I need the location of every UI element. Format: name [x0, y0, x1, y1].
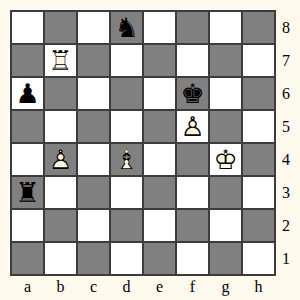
square-e2[interactable]	[144, 210, 175, 241]
file-label-c: c	[78, 276, 109, 298]
white-rook-icon: ♖	[45, 45, 76, 76]
square-a6[interactable]: ♟	[12, 78, 43, 109]
square-h5[interactable]	[243, 111, 274, 142]
chess-diagram: ♞♜♖♟♚♟♙♟♙♝♗♚♔♜ 87654321 abcdefgh	[0, 0, 300, 300]
square-c1[interactable]	[78, 243, 109, 274]
square-a4[interactable]	[12, 144, 43, 175]
square-e5[interactable]	[144, 111, 175, 142]
square-f3[interactable]	[177, 177, 208, 208]
square-b5[interactable]	[45, 111, 76, 142]
square-d2[interactable]	[111, 210, 142, 241]
square-a5[interactable]	[12, 111, 43, 142]
square-f6[interactable]: ♚	[177, 78, 208, 109]
square-e4[interactable]	[144, 144, 175, 175]
rank-label-1: 1	[276, 243, 296, 274]
square-e1[interactable]	[144, 243, 175, 274]
file-label-f: f	[177, 276, 208, 298]
rank-labels: 87654321	[276, 12, 296, 274]
rank-label-6: 6	[276, 78, 296, 109]
square-h4[interactable]	[243, 144, 274, 175]
square-c2[interactable]	[78, 210, 109, 241]
square-a8[interactable]	[12, 12, 43, 43]
rank-label-5: 5	[276, 111, 296, 142]
file-label-b: b	[45, 276, 76, 298]
square-c3[interactable]	[78, 177, 109, 208]
square-d8[interactable]: ♞	[111, 12, 142, 43]
square-g7[interactable]	[210, 45, 241, 76]
rank-label-3: 3	[276, 177, 296, 208]
file-label-g: g	[210, 276, 241, 298]
file-label-a: a	[12, 276, 43, 298]
square-f8[interactable]	[177, 12, 208, 43]
square-e7[interactable]	[144, 45, 175, 76]
square-b2[interactable]	[45, 210, 76, 241]
square-e6[interactable]	[144, 78, 175, 109]
square-g4[interactable]: ♚♔	[210, 144, 241, 175]
square-b4[interactable]: ♟♙	[45, 144, 76, 175]
square-b6[interactable]	[45, 78, 76, 109]
square-h2[interactable]	[243, 210, 274, 241]
file-label-e: e	[144, 276, 175, 298]
square-g1[interactable]	[210, 243, 241, 274]
file-labels: abcdefgh	[12, 276, 274, 298]
square-c5[interactable]	[78, 111, 109, 142]
rank-label-8: 8	[276, 12, 296, 43]
square-g3[interactable]	[210, 177, 241, 208]
square-f7[interactable]	[177, 45, 208, 76]
square-d3[interactable]	[111, 177, 142, 208]
white-pawn-icon: ♙	[45, 144, 76, 175]
black-king-icon: ♚	[177, 78, 208, 109]
white-bishop-icon: ♗	[111, 144, 142, 175]
white-king-icon: ♔	[210, 144, 241, 175]
square-a7[interactable]	[12, 45, 43, 76]
white-pawn-fill: ♟	[177, 111, 208, 142]
white-bishop-fill: ♝	[111, 144, 142, 175]
square-c6[interactable]	[78, 78, 109, 109]
file-label-h: h	[243, 276, 274, 298]
rank-label-4: 4	[276, 144, 296, 175]
file-label-d: d	[111, 276, 142, 298]
square-c7[interactable]	[78, 45, 109, 76]
square-g2[interactable]	[210, 210, 241, 241]
square-b8[interactable]	[45, 12, 76, 43]
square-d5[interactable]	[111, 111, 142, 142]
rank-label-7: 7	[276, 45, 296, 76]
square-h3[interactable]	[243, 177, 274, 208]
square-d7[interactable]	[111, 45, 142, 76]
black-rook-icon: ♜	[12, 177, 43, 208]
square-f4[interactable]	[177, 144, 208, 175]
square-a2[interactable]	[12, 210, 43, 241]
square-e8[interactable]	[144, 12, 175, 43]
rank-label-2: 2	[276, 210, 296, 241]
white-pawn-fill: ♟	[45, 144, 76, 175]
square-f5[interactable]: ♟♙	[177, 111, 208, 142]
square-e3[interactable]	[144, 177, 175, 208]
square-a1[interactable]	[12, 243, 43, 274]
black-knight-icon: ♞	[111, 12, 142, 43]
square-c4[interactable]	[78, 144, 109, 175]
black-pawn-icon: ♟	[12, 78, 43, 109]
square-b3[interactable]	[45, 177, 76, 208]
square-g6[interactable]	[210, 78, 241, 109]
white-pawn-icon: ♙	[177, 111, 208, 142]
square-b1[interactable]	[45, 243, 76, 274]
square-d1[interactable]	[111, 243, 142, 274]
square-d4[interactable]: ♝♗	[111, 144, 142, 175]
square-d6[interactable]	[111, 78, 142, 109]
square-g5[interactable]	[210, 111, 241, 142]
square-g8[interactable]	[210, 12, 241, 43]
square-h8[interactable]	[243, 12, 274, 43]
square-c8[interactable]	[78, 12, 109, 43]
white-rook-fill: ♜	[45, 45, 76, 76]
square-f1[interactable]	[177, 243, 208, 274]
square-b7[interactable]: ♜♖	[45, 45, 76, 76]
white-king-fill: ♚	[210, 144, 241, 175]
square-a3[interactable]: ♜	[12, 177, 43, 208]
square-h7[interactable]	[243, 45, 274, 76]
square-f2[interactable]	[177, 210, 208, 241]
square-h1[interactable]	[243, 243, 274, 274]
board-grid: ♞♜♖♟♚♟♙♟♙♝♗♚♔♜	[10, 10, 276, 276]
square-h6[interactable]	[243, 78, 274, 109]
